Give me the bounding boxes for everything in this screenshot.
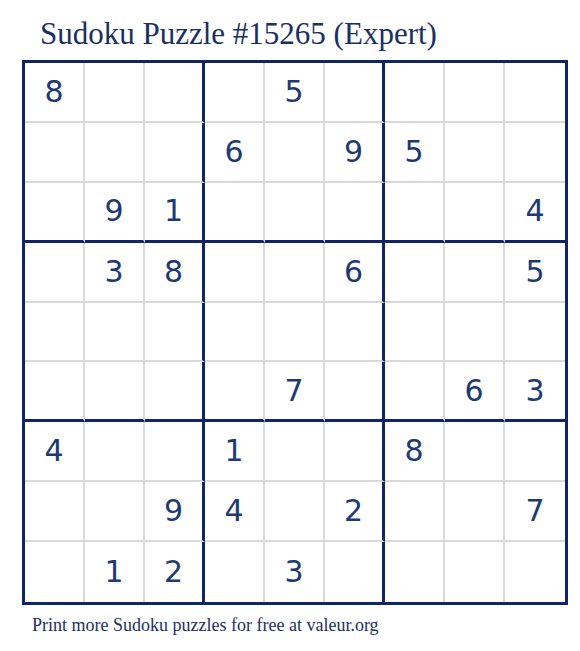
- sudoku-cell-r6c1[interactable]: [25, 362, 85, 422]
- sudoku-cell-r2c5[interactable]: [265, 123, 325, 183]
- sudoku-cell-r6c2[interactable]: [85, 362, 145, 422]
- sudoku-cell-r4c6[interactable]: 6: [325, 243, 385, 303]
- sudoku-cell-r9c4[interactable]: [205, 542, 265, 602]
- sudoku-cell-r8c5[interactable]: [265, 482, 325, 542]
- sudoku-cell-r2c7[interactable]: 5: [385, 123, 445, 183]
- sudoku-page: Sudoku Puzzle #15265 (Expert) 8569591438…: [0, 0, 580, 651]
- sudoku-cell-r7c3[interactable]: [145, 422, 205, 482]
- sudoku-cell-r6c8[interactable]: 6: [445, 362, 505, 422]
- sudoku-cell-r5c4[interactable]: [205, 303, 265, 363]
- sudoku-cell-r2c9[interactable]: [505, 123, 565, 183]
- sudoku-cell-r7c7[interactable]: 8: [385, 422, 445, 482]
- sudoku-cell-r8c3[interactable]: 9: [145, 482, 205, 542]
- sudoku-cell-r4c3[interactable]: 8: [145, 243, 205, 303]
- sudoku-cell-r1c9[interactable]: [505, 63, 565, 123]
- sudoku-cell-r2c2[interactable]: [85, 123, 145, 183]
- sudoku-cell-r2c4[interactable]: 6: [205, 123, 265, 183]
- sudoku-cell-r9c1[interactable]: [25, 542, 85, 602]
- sudoku-cell-r6c6[interactable]: [325, 362, 385, 422]
- sudoku-cell-r6c4[interactable]: [205, 362, 265, 422]
- sudoku-cell-r1c5[interactable]: 5: [265, 63, 325, 123]
- sudoku-cell-r9c9[interactable]: [505, 542, 565, 602]
- sudoku-cell-r4c9[interactable]: 5: [505, 243, 565, 303]
- sudoku-cell-r8c9[interactable]: 7: [505, 482, 565, 542]
- sudoku-cell-r1c7[interactable]: [385, 63, 445, 123]
- sudoku-cell-r5c5[interactable]: [265, 303, 325, 363]
- sudoku-cell-r7c8[interactable]: [445, 422, 505, 482]
- sudoku-cell-r8c7[interactable]: [385, 482, 445, 542]
- sudoku-cell-r3c4[interactable]: [205, 183, 265, 243]
- sudoku-cell-r5c2[interactable]: [85, 303, 145, 363]
- sudoku-cell-r7c1[interactable]: 4: [25, 422, 85, 482]
- sudoku-cell-r7c2[interactable]: [85, 422, 145, 482]
- sudoku-cell-r4c1[interactable]: [25, 243, 85, 303]
- sudoku-cell-r1c4[interactable]: [205, 63, 265, 123]
- sudoku-cell-r8c6[interactable]: 2: [325, 482, 385, 542]
- page-title: Sudoku Puzzle #15265 (Expert): [40, 16, 437, 52]
- sudoku-cell-r7c9[interactable]: [505, 422, 565, 482]
- sudoku-cell-r5c6[interactable]: [325, 303, 385, 363]
- sudoku-cell-r3c9[interactable]: 4: [505, 183, 565, 243]
- sudoku-cell-r9c3[interactable]: 2: [145, 542, 205, 602]
- sudoku-cell-r9c2[interactable]: 1: [85, 542, 145, 602]
- sudoku-cell-r9c7[interactable]: [385, 542, 445, 602]
- sudoku-cell-r6c7[interactable]: [385, 362, 445, 422]
- sudoku-cell-r2c3[interactable]: [145, 123, 205, 183]
- sudoku-cell-r7c5[interactable]: [265, 422, 325, 482]
- sudoku-cell-r6c9[interactable]: 3: [505, 362, 565, 422]
- sudoku-cell-r3c1[interactable]: [25, 183, 85, 243]
- sudoku-cell-r1c1[interactable]: 8: [25, 63, 85, 123]
- sudoku-cell-r6c3[interactable]: [145, 362, 205, 422]
- footer-credit: Print more Sudoku puzzles for free at va…: [32, 615, 379, 636]
- sudoku-cell-r7c4[interactable]: 1: [205, 422, 265, 482]
- sudoku-cell-r8c2[interactable]: [85, 482, 145, 542]
- sudoku-cell-r4c5[interactable]: [265, 243, 325, 303]
- sudoku-cell-r1c8[interactable]: [445, 63, 505, 123]
- sudoku-cell-r4c8[interactable]: [445, 243, 505, 303]
- sudoku-cell-r1c3[interactable]: [145, 63, 205, 123]
- sudoku-cell-r8c1[interactable]: [25, 482, 85, 542]
- sudoku-cell-r3c3[interactable]: 1: [145, 183, 205, 243]
- sudoku-cell-r2c1[interactable]: [25, 123, 85, 183]
- sudoku-cell-r8c4[interactable]: 4: [205, 482, 265, 542]
- sudoku-cell-r5c8[interactable]: [445, 303, 505, 363]
- sudoku-cell-r7c6[interactable]: [325, 422, 385, 482]
- sudoku-cell-r5c7[interactable]: [385, 303, 445, 363]
- sudoku-cell-r3c2[interactable]: 9: [85, 183, 145, 243]
- sudoku-cell-r4c4[interactable]: [205, 243, 265, 303]
- sudoku-cell-r5c3[interactable]: [145, 303, 205, 363]
- sudoku-cell-r2c8[interactable]: [445, 123, 505, 183]
- sudoku-cell-r4c7[interactable]: [385, 243, 445, 303]
- sudoku-cell-r3c8[interactable]: [445, 183, 505, 243]
- sudoku-cell-r1c6[interactable]: [325, 63, 385, 123]
- sudoku-cell-r5c1[interactable]: [25, 303, 85, 363]
- sudoku-cell-r6c5[interactable]: 7: [265, 362, 325, 422]
- sudoku-cell-r8c8[interactable]: [445, 482, 505, 542]
- sudoku-cell-r9c8[interactable]: [445, 542, 505, 602]
- sudoku-cell-r4c2[interactable]: 3: [85, 243, 145, 303]
- sudoku-cell-r9c5[interactable]: 3: [265, 542, 325, 602]
- sudoku-cell-r1c2[interactable]: [85, 63, 145, 123]
- sudoku-cell-r3c6[interactable]: [325, 183, 385, 243]
- sudoku-cell-r3c5[interactable]: [265, 183, 325, 243]
- sudoku-cell-r9c6[interactable]: [325, 542, 385, 602]
- sudoku-cell-r3c7[interactable]: [385, 183, 445, 243]
- sudoku-board: 8569591438657634189427123: [22, 60, 568, 605]
- sudoku-cell-r2c6[interactable]: 9: [325, 123, 385, 183]
- sudoku-cell-r5c9[interactable]: [505, 303, 565, 363]
